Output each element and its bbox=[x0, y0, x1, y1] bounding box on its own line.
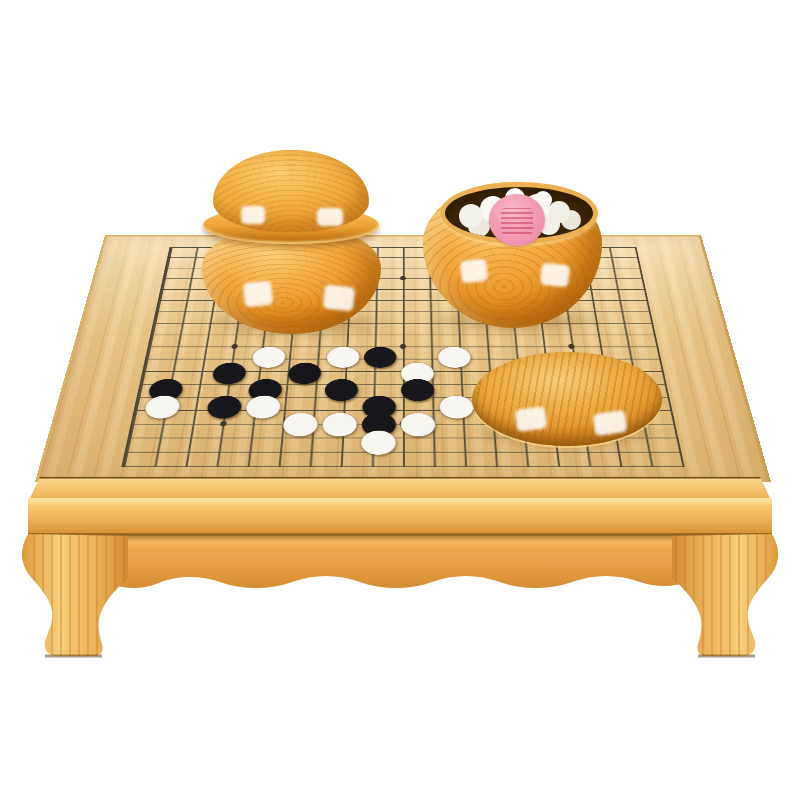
white-stone: ● bbox=[141, 390, 185, 420]
white-stone: ● bbox=[435, 341, 473, 368]
left-bowl-lid-cap bbox=[213, 150, 369, 232]
white-stone: ● bbox=[398, 407, 438, 437]
table-apron-wavy-skirt bbox=[88, 552, 712, 598]
black-stone: ● bbox=[398, 373, 436, 402]
white-stone: ● bbox=[280, 407, 322, 437]
white-stone: ● bbox=[437, 390, 477, 420]
pink-label-sticker bbox=[489, 194, 545, 246]
window-reflection bbox=[317, 208, 343, 226]
product-photo-scene: ●●●●●●●●●●●●●●●●●●●●● bbox=[0, 0, 800, 800]
window-reflection bbox=[593, 410, 628, 436]
white-stone: ● bbox=[324, 341, 362, 368]
go-board-surface: ●●●●●●●●●●●●●●●●●●●●● bbox=[35, 235, 771, 482]
table-leg-right bbox=[662, 530, 782, 662]
black-stone: ● bbox=[209, 357, 251, 385]
window-reflection bbox=[540, 263, 570, 288]
window-reflection bbox=[515, 406, 548, 432]
white-stone: ● bbox=[242, 390, 284, 420]
table-edge-molding bbox=[28, 498, 772, 537]
black-stone: ● bbox=[322, 373, 362, 402]
black-stone: ● bbox=[203, 390, 246, 420]
black-stone: ● bbox=[361, 341, 399, 368]
white-stone: ● bbox=[319, 407, 360, 437]
window-reflection bbox=[323, 284, 355, 311]
white-stone: ● bbox=[358, 424, 398, 455]
table-leg-left bbox=[18, 530, 138, 662]
board-front-edge bbox=[30, 477, 770, 498]
window-reflection bbox=[241, 206, 265, 224]
white-stone: ● bbox=[249, 341, 289, 368]
black-stone: ● bbox=[285, 357, 325, 385]
window-reflection bbox=[460, 259, 488, 284]
window-reflection bbox=[243, 281, 273, 308]
bowl-lid-on-board bbox=[472, 352, 662, 446]
